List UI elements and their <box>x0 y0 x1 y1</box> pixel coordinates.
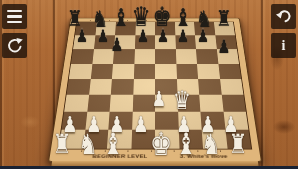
square-e4[interactable] <box>155 79 177 95</box>
square-d7[interactable] <box>135 35 155 49</box>
square-b5[interactable] <box>90 64 113 79</box>
square-f7[interactable] <box>175 35 196 49</box>
chess-app-screen: BEGINNER LEVEL 3. White's move ♜♞♝♛♚♝♞♜♟… <box>0 0 298 169</box>
square-g3[interactable] <box>199 95 223 112</box>
square-a4[interactable] <box>67 79 91 95</box>
square-g1[interactable] <box>202 130 227 149</box>
level-label: BEGINNER LEVEL <box>92 154 147 159</box>
square-h5[interactable] <box>218 64 241 79</box>
square-g7[interactable] <box>195 35 216 49</box>
square-c4[interactable] <box>111 79 134 95</box>
square-f4[interactable] <box>177 79 200 95</box>
square-h4[interactable] <box>220 79 244 95</box>
hamburger-icon <box>7 21 22 24</box>
square-f2[interactable] <box>178 112 202 130</box>
chess-board[interactable]: BEGINNER LEVEL 3. White's move <box>48 18 262 162</box>
bottom-bar <box>0 166 298 169</box>
square-b7[interactable] <box>94 35 115 49</box>
square-e5[interactable] <box>155 64 177 79</box>
board-frame-bottom: BEGINNER LEVEL 3. White's move <box>56 150 254 160</box>
square-g8[interactable] <box>194 22 215 35</box>
square-c7[interactable] <box>114 35 135 49</box>
square-e7[interactable] <box>155 35 175 49</box>
square-h3[interactable] <box>221 95 246 112</box>
square-f6[interactable] <box>175 49 197 64</box>
menu-button[interactable] <box>2 4 27 29</box>
square-f5[interactable] <box>176 64 198 79</box>
square-d1[interactable] <box>131 130 155 149</box>
square-e2[interactable] <box>155 112 178 130</box>
square-a1[interactable] <box>59 130 85 149</box>
square-e3[interactable] <box>155 95 178 112</box>
square-c2[interactable] <box>108 112 132 130</box>
square-c5[interactable] <box>112 64 134 79</box>
square-c8[interactable] <box>115 22 135 35</box>
square-e1[interactable] <box>155 130 179 149</box>
undo-button[interactable] <box>271 4 296 29</box>
square-b6[interactable] <box>92 49 114 64</box>
square-f3[interactable] <box>177 95 200 112</box>
square-g5[interactable] <box>197 64 220 79</box>
square-h8[interactable] <box>214 22 235 35</box>
square-a8[interactable] <box>75 22 96 35</box>
square-a3[interactable] <box>64 95 89 112</box>
square-d6[interactable] <box>134 49 155 64</box>
square-a2[interactable] <box>62 112 87 130</box>
square-a6[interactable] <box>71 49 94 64</box>
square-b8[interactable] <box>95 22 116 35</box>
hamburger-icon <box>7 10 22 13</box>
undo-arrow-icon <box>274 7 293 26</box>
square-a7[interactable] <box>73 35 95 49</box>
square-c1[interactable] <box>107 130 132 149</box>
info-icon: i <box>282 38 286 54</box>
square-d4[interactable] <box>133 79 155 95</box>
square-f1[interactable] <box>178 130 203 149</box>
square-e8[interactable] <box>155 22 175 35</box>
square-h2[interactable] <box>223 112 248 130</box>
square-g4[interactable] <box>198 79 221 95</box>
square-d3[interactable] <box>132 95 155 112</box>
rotate-board-button[interactable] <box>2 33 27 58</box>
hamburger-icon <box>7 15 22 18</box>
rotate-icon <box>5 36 24 55</box>
square-b3[interactable] <box>87 95 111 112</box>
square-h6[interactable] <box>216 49 239 64</box>
square-c3[interactable] <box>110 95 133 112</box>
square-f8[interactable] <box>175 22 195 35</box>
board-squares[interactable] <box>58 22 252 150</box>
square-b2[interactable] <box>85 112 110 130</box>
square-a5[interactable] <box>69 64 92 79</box>
square-d8[interactable] <box>135 22 155 35</box>
square-b4[interactable] <box>89 79 112 95</box>
square-g2[interactable] <box>200 112 225 130</box>
square-g6[interactable] <box>196 49 218 64</box>
square-e6[interactable] <box>155 49 176 64</box>
square-d5[interactable] <box>133 64 155 79</box>
info-button[interactable]: i <box>271 33 296 58</box>
square-b1[interactable] <box>83 130 108 149</box>
square-d2[interactable] <box>132 112 155 130</box>
square-h7[interactable] <box>215 35 237 49</box>
move-indicator: 3. White's move <box>180 154 228 159</box>
square-c6[interactable] <box>113 49 135 64</box>
square-h1[interactable] <box>225 130 251 149</box>
